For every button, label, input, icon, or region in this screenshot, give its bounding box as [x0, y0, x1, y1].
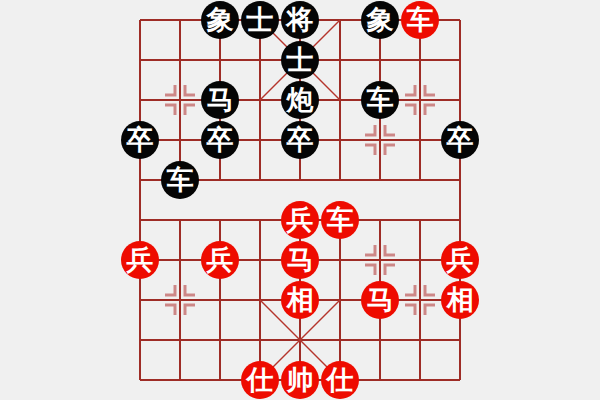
piece-red-pawn[interactable]: 兵 — [281, 201, 319, 239]
piece-red-pawn[interactable]: 兵 — [121, 241, 159, 279]
piece-black-advisor[interactable]: 士 — [241, 1, 279, 39]
xiangqi-board: 象士将象车士马炮车卒卒卒卒车兵车兵兵马兵相马相仕帅仕 — [0, 0, 600, 400]
piece-black-elephant[interactable]: 象 — [361, 1, 399, 39]
piece-red-pawn[interactable]: 兵 — [441, 241, 479, 279]
piece-black-horse[interactable]: 马 — [201, 81, 239, 119]
pieces-layer: 象士将象车士马炮车卒卒卒卒车兵车兵兵马兵相马相仕帅仕 — [0, 0, 600, 400]
piece-red-chariot[interactable]: 车 — [401, 1, 439, 39]
piece-black-pawn[interactable]: 卒 — [121, 121, 159, 159]
piece-black-advisor[interactable]: 士 — [281, 41, 319, 79]
piece-red-horse[interactable]: 马 — [281, 241, 319, 279]
piece-red-advisor[interactable]: 仕 — [241, 361, 279, 399]
piece-black-pawn[interactable]: 卒 — [201, 121, 239, 159]
piece-black-pawn[interactable]: 卒 — [281, 121, 319, 159]
piece-red-advisor[interactable]: 仕 — [321, 361, 359, 399]
piece-red-chariot[interactable]: 车 — [321, 201, 359, 239]
piece-black-elephant[interactable]: 象 — [201, 1, 239, 39]
piece-black-cannon[interactable]: 炮 — [281, 81, 319, 119]
piece-red-horse[interactable]: 马 — [361, 281, 399, 319]
piece-red-elephant[interactable]: 相 — [281, 281, 319, 319]
piece-red-pawn[interactable]: 兵 — [201, 241, 239, 279]
piece-black-general[interactable]: 将 — [281, 1, 319, 39]
piece-black-chariot[interactable]: 车 — [161, 161, 199, 199]
piece-red-elephant[interactable]: 相 — [441, 281, 479, 319]
piece-black-chariot[interactable]: 车 — [361, 81, 399, 119]
piece-black-pawn[interactable]: 卒 — [441, 121, 479, 159]
piece-red-general[interactable]: 帅 — [281, 361, 319, 399]
